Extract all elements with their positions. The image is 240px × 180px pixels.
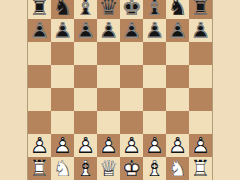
square-f3[interactable] <box>143 111 166 134</box>
square-h3[interactable] <box>189 111 212 134</box>
piece-glyph-outline: ♙ <box>97 19 120 42</box>
piece-white-queen[interactable]: ♛♕ <box>97 157 120 180</box>
square-e3[interactable] <box>120 111 143 134</box>
piece-white-pawn[interactable]: ♟♙ <box>189 134 212 157</box>
square-h6[interactable] <box>189 42 212 65</box>
square-d4[interactable] <box>97 88 120 111</box>
piece-black-pawn[interactable]: ♟♙ <box>74 19 97 42</box>
piece-glyph-outline: ♘ <box>51 0 74 19</box>
piece-glyph-outline: ♙ <box>120 134 143 157</box>
piece-glyph-outline: ♙ <box>189 19 212 42</box>
piece-black-pawn[interactable]: ♟♙ <box>120 19 143 42</box>
square-c3[interactable] <box>74 111 97 134</box>
square-b1[interactable]: ♞♘ <box>51 157 74 180</box>
square-b5[interactable] <box>51 65 74 88</box>
piece-glyph-outline: ♘ <box>166 0 189 19</box>
square-c6[interactable] <box>74 42 97 65</box>
piece-glyph-outline: ♙ <box>120 19 143 42</box>
square-c5[interactable] <box>74 65 97 88</box>
square-g6[interactable] <box>166 42 189 65</box>
square-h4[interactable] <box>189 88 212 111</box>
piece-black-pawn[interactable]: ♟♙ <box>51 19 74 42</box>
square-a3[interactable] <box>28 111 51 134</box>
square-g2[interactable]: ♟♙ <box>166 134 189 157</box>
piece-glyph-outline: ♖ <box>189 157 212 180</box>
piece-black-pawn[interactable]: ♟♙ <box>143 19 166 42</box>
piece-glyph-outline: ♙ <box>143 134 166 157</box>
piece-glyph-outline: ♖ <box>28 157 51 180</box>
piece-white-bishop[interactable]: ♝♗ <box>143 157 166 180</box>
piece-white-pawn[interactable]: ♟♙ <box>97 134 120 157</box>
square-c4[interactable] <box>74 88 97 111</box>
square-f2[interactable]: ♟♙ <box>143 134 166 157</box>
square-c8[interactable]: ♝♗ <box>74 0 97 19</box>
square-f8[interactable]: ♝♗ <box>143 0 166 19</box>
square-a7[interactable]: ♟♙ <box>28 19 51 42</box>
square-e8[interactable]: ♚♔ <box>120 0 143 19</box>
piece-glyph-outline: ♙ <box>51 19 74 42</box>
piece-white-pawn[interactable]: ♟♙ <box>143 134 166 157</box>
piece-black-king[interactable]: ♚♔ <box>120 0 143 19</box>
piece-glyph-outline: ♕ <box>97 157 120 180</box>
square-h1[interactable]: ♜♖ <box>189 157 212 180</box>
piece-white-pawn[interactable]: ♟♙ <box>51 134 74 157</box>
piece-black-pawn[interactable]: ♟♙ <box>28 19 51 42</box>
piece-glyph-outline: ♔ <box>120 0 143 19</box>
piece-white-rook[interactable]: ♜♖ <box>189 157 212 180</box>
square-b8[interactable]: ♞♘ <box>51 0 74 19</box>
piece-glyph-outline: ♙ <box>74 134 97 157</box>
piece-glyph-outline: ♙ <box>189 134 212 157</box>
square-f5[interactable] <box>143 65 166 88</box>
piece-black-pawn[interactable]: ♟♙ <box>166 19 189 42</box>
square-f1[interactable]: ♝♗ <box>143 157 166 180</box>
square-b3[interactable] <box>51 111 74 134</box>
square-g8[interactable]: ♞♘ <box>166 0 189 19</box>
square-h8[interactable]: ♜♖ <box>189 0 212 19</box>
square-a1[interactable]: ♜♖ <box>28 157 51 180</box>
piece-black-rook[interactable]: ♜♖ <box>189 0 212 19</box>
piece-glyph-outline: ♗ <box>143 157 166 180</box>
square-g1[interactable]: ♞♘ <box>166 157 189 180</box>
square-c1[interactable]: ♝♗ <box>74 157 97 180</box>
piece-glyph-outline: ♙ <box>97 134 120 157</box>
square-e5[interactable] <box>120 65 143 88</box>
square-g5[interactable] <box>166 65 189 88</box>
piece-glyph-outline: ♗ <box>74 0 97 19</box>
piece-black-bishop[interactable]: ♝♗ <box>74 0 97 19</box>
piece-glyph-outline: ♙ <box>28 19 51 42</box>
square-d8[interactable]: ♛♕ <box>97 0 120 19</box>
square-e7[interactable]: ♟♙ <box>120 19 143 42</box>
piece-glyph-outline: ♕ <box>97 0 120 19</box>
piece-white-pawn[interactable]: ♟♙ <box>28 134 51 157</box>
chess-board: ♜♖♞♘♝♗♛♕♚♔♝♗♞♘♜♖♟♙♟♙♟♙♟♙♟♙♟♙♟♙♟♙♟♙♟♙♟♙♟♙… <box>28 0 212 180</box>
square-d3[interactable] <box>97 111 120 134</box>
square-a2[interactable]: ♟♙ <box>28 134 51 157</box>
piece-glyph-outline: ♔ <box>120 157 143 180</box>
square-b4[interactable] <box>51 88 74 111</box>
piece-glyph-outline: ♗ <box>74 157 97 180</box>
piece-black-rook[interactable]: ♜♖ <box>28 0 51 19</box>
piece-black-knight[interactable]: ♞♘ <box>166 0 189 19</box>
piece-glyph-outline: ♙ <box>166 19 189 42</box>
piece-white-rook[interactable]: ♜♖ <box>28 157 51 180</box>
piece-glyph-outline: ♙ <box>51 134 74 157</box>
piece-glyph-outline: ♙ <box>166 134 189 157</box>
square-e1[interactable]: ♚♔ <box>120 157 143 180</box>
square-g4[interactable] <box>166 88 189 111</box>
square-f6[interactable] <box>143 42 166 65</box>
piece-white-king[interactable]: ♚♔ <box>120 157 143 180</box>
piece-glyph-outline: ♖ <box>189 0 212 19</box>
square-b7[interactable]: ♟♙ <box>51 19 74 42</box>
square-d6[interactable] <box>97 42 120 65</box>
piece-glyph-outline: ♙ <box>74 19 97 42</box>
square-g7[interactable]: ♟♙ <box>166 19 189 42</box>
square-g3[interactable] <box>166 111 189 134</box>
piece-white-knight[interactable]: ♞♘ <box>51 157 74 180</box>
square-d7[interactable]: ♟♙ <box>97 19 120 42</box>
square-c2[interactable]: ♟♙ <box>74 134 97 157</box>
chess-app-window: ♜♖♞♘♝♗♛♕♚♔♝♗♞♘♜♖♟♙♟♙♟♙♟♙♟♙♟♙♟♙♟♙♟♙♟♙♟♙♟♙… <box>0 0 240 180</box>
piece-glyph-outline: ♙ <box>28 134 51 157</box>
square-a8[interactable]: ♜♖ <box>28 0 51 19</box>
piece-glyph-outline: ♘ <box>166 157 189 180</box>
piece-glyph-outline: ♗ <box>143 0 166 19</box>
piece-black-bishop[interactable]: ♝♗ <box>143 0 166 19</box>
square-h5[interactable] <box>189 65 212 88</box>
square-b2[interactable]: ♟♙ <box>51 134 74 157</box>
piece-black-pawn[interactable]: ♟♙ <box>97 19 120 42</box>
square-e2[interactable]: ♟♙ <box>120 134 143 157</box>
piece-glyph-outline: ♘ <box>51 157 74 180</box>
square-d2[interactable]: ♟♙ <box>97 134 120 157</box>
square-a4[interactable] <box>28 88 51 111</box>
piece-white-pawn[interactable]: ♟♙ <box>166 134 189 157</box>
square-e6[interactable] <box>120 42 143 65</box>
piece-white-bishop[interactable]: ♝♗ <box>74 157 97 180</box>
square-a5[interactable] <box>28 65 51 88</box>
square-a6[interactable] <box>28 42 51 65</box>
piece-black-pawn[interactable]: ♟♙ <box>189 19 212 42</box>
square-d5[interactable] <box>97 65 120 88</box>
piece-white-pawn[interactable]: ♟♙ <box>120 134 143 157</box>
square-h7[interactable]: ♟♙ <box>189 19 212 42</box>
square-b6[interactable] <box>51 42 74 65</box>
piece-black-queen[interactable]: ♛♕ <box>97 0 120 19</box>
piece-black-knight[interactable]: ♞♘ <box>51 0 74 19</box>
square-f7[interactable]: ♟♙ <box>143 19 166 42</box>
square-e4[interactable] <box>120 88 143 111</box>
square-c7[interactable]: ♟♙ <box>74 19 97 42</box>
piece-white-knight[interactable]: ♞♘ <box>166 157 189 180</box>
square-d1[interactable]: ♛♕ <box>97 157 120 180</box>
piece-glyph-outline: ♖ <box>28 0 51 19</box>
piece-glyph-outline: ♙ <box>143 19 166 42</box>
piece-white-pawn[interactable]: ♟♙ <box>74 134 97 157</box>
square-f4[interactable] <box>143 88 166 111</box>
square-h2[interactable]: ♟♙ <box>189 134 212 157</box>
